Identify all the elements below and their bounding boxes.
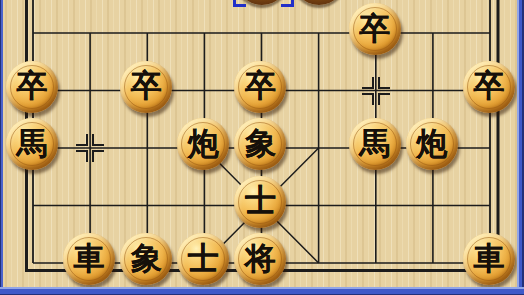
window-border-bottom (0, 287, 524, 295)
piece-general[interactable]: 将 (234, 233, 286, 285)
piece-horse[interactable]: 馬 (6, 118, 58, 170)
piece-glyph: 将 (245, 243, 276, 274)
piece-glyph: 馬 (359, 128, 390, 159)
piece-cannon[interactable]: 炮 (177, 118, 229, 170)
piece-glyph: 卒 (359, 13, 390, 44)
piece-glyph: 車 (473, 243, 504, 274)
piece-glyph: 卒 (131, 70, 162, 101)
piece-glyph: 象 (245, 128, 276, 159)
piece-glyph: 卒 (16, 70, 47, 101)
piece-soldier[interactable]: 卒 (234, 61, 286, 113)
piece-glyph: 卒 (473, 70, 504, 101)
piece-glyph: 卒 (245, 70, 276, 101)
piece-glyph: 炮 (416, 128, 447, 159)
last-move-marker-corner-right (281, 0, 294, 7)
piece-glyph: 士 (245, 185, 276, 216)
point-marker (362, 77, 390, 105)
piece-cannon[interactable]: 炮 (406, 118, 458, 170)
point-marker (76, 134, 104, 162)
window-border-left (0, 0, 3, 295)
piece-chariot[interactable]: 車 (63, 233, 115, 285)
piece-soldier[interactable]: 卒 (463, 61, 515, 113)
piece-elephant[interactable]: 象 (234, 118, 286, 170)
xiangqi-game-window: 卒卒卒卒卒馬炮象馬炮士車象士将車 (0, 0, 524, 295)
piece-glyph: 象 (131, 243, 162, 274)
piece-glyph: 車 (74, 243, 105, 274)
piece-soldier[interactable]: 卒 (349, 3, 401, 55)
piece-advisor[interactable]: 士 (234, 176, 286, 228)
piece-glyph: 馬 (16, 128, 47, 159)
piece-horse[interactable]: 馬 (349, 118, 401, 170)
window-border-right (517, 0, 524, 295)
piece-glyph: 炮 (188, 128, 219, 159)
last-move-marker-corner-left (233, 0, 246, 7)
piece-soldier[interactable]: 卒 (120, 61, 172, 113)
piece-advisor[interactable]: 士 (177, 233, 229, 285)
piece-glyph: 士 (188, 243, 219, 274)
piece-chariot[interactable]: 車 (463, 233, 515, 285)
board-grid[interactable]: 卒卒卒卒卒馬炮象馬炮士車象士将車 (4, 4, 518, 292)
piece-elephant[interactable]: 象 (120, 233, 172, 285)
piece-soldier[interactable]: 卒 (6, 61, 58, 113)
